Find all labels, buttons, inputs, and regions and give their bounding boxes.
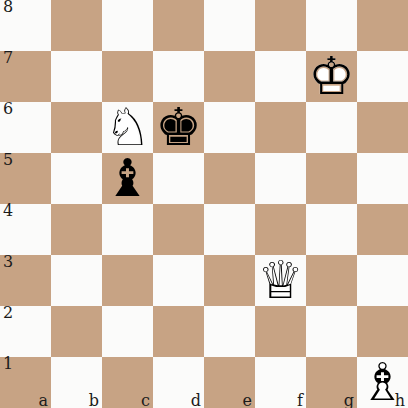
rank-label-5: 5 [3,151,13,169]
square-c5[interactable]: ♝ [102,153,153,204]
file-label-a: a [38,392,48,408]
rank-label-8: 8 [3,0,13,16]
square-b2[interactable] [51,306,102,357]
square-h3[interactable] [357,255,408,306]
piece-white-queen[interactable]: ♛♕ [255,255,306,306]
rank-label-7: 7 [3,49,13,67]
square-g2[interactable] [306,306,357,357]
square-g3[interactable] [306,255,357,306]
square-c8[interactable] [102,0,153,51]
square-a5[interactable]: 5 [0,153,51,204]
chess-board: 87♚♔6♞♘♚5♝43♛♕21abcdefgh♝♗ [0,0,408,408]
white-queen-outline-glyph: ♕ [255,255,306,306]
square-b5[interactable] [51,153,102,204]
square-e6[interactable] [204,102,255,153]
square-e1[interactable]: e [204,357,255,408]
square-h5[interactable] [357,153,408,204]
file-label-b: b [89,392,99,408]
square-c4[interactable] [102,204,153,255]
square-a2[interactable]: 2 [0,306,51,357]
square-d6[interactable]: ♚ [153,102,204,153]
square-g1[interactable]: g [306,357,357,408]
square-d5[interactable] [153,153,204,204]
square-e2[interactable] [204,306,255,357]
square-h7[interactable] [357,51,408,102]
square-c6[interactable]: ♞♘ [102,102,153,153]
white-bishop-outline-glyph: ♗ [357,357,408,408]
square-h1[interactable]: h♝♗ [357,357,408,408]
square-d4[interactable] [153,204,204,255]
square-c7[interactable] [102,51,153,102]
square-b8[interactable] [51,0,102,51]
square-f6[interactable] [255,102,306,153]
square-e7[interactable] [204,51,255,102]
rank-label-6: 6 [3,100,13,118]
square-d8[interactable] [153,0,204,51]
square-g6[interactable] [306,102,357,153]
square-g5[interactable] [306,153,357,204]
square-b4[interactable] [51,204,102,255]
file-label-g: g [344,392,354,408]
square-c2[interactable] [102,306,153,357]
square-b1[interactable]: b [51,357,102,408]
black-king-glyph: ♚ [153,102,204,153]
square-f5[interactable] [255,153,306,204]
square-b7[interactable] [51,51,102,102]
square-a7[interactable]: 7 [0,51,51,102]
square-e8[interactable] [204,0,255,51]
square-g7[interactable]: ♚♔ [306,51,357,102]
square-a3[interactable]: 3 [0,255,51,306]
piece-white-bishop[interactable]: ♝♗ [357,357,408,408]
square-f2[interactable] [255,306,306,357]
file-label-c: c [141,392,150,408]
square-f1[interactable]: f [255,357,306,408]
square-c3[interactable] [102,255,153,306]
square-f8[interactable] [255,0,306,51]
square-c1[interactable]: c [102,357,153,408]
square-h6[interactable] [357,102,408,153]
square-g8[interactable] [306,0,357,51]
piece-black-bishop[interactable]: ♝ [102,153,153,204]
square-h4[interactable] [357,204,408,255]
square-d1[interactable]: d [153,357,204,408]
rank-label-3: 3 [3,253,13,271]
square-a6[interactable]: 6 [0,102,51,153]
square-e4[interactable] [204,204,255,255]
rank-label-4: 4 [3,202,13,220]
white-king-outline-glyph: ♔ [306,51,357,102]
square-d3[interactable] [153,255,204,306]
square-b3[interactable] [51,255,102,306]
square-e3[interactable] [204,255,255,306]
square-f4[interactable] [255,204,306,255]
square-a4[interactable]: 4 [0,204,51,255]
piece-black-king[interactable]: ♚ [153,102,204,153]
file-label-e: e [243,392,252,408]
rank-label-1: 1 [3,355,13,373]
square-h8[interactable] [357,0,408,51]
square-b6[interactable] [51,102,102,153]
square-a8[interactable]: 8 [0,0,51,51]
black-bishop-glyph: ♝ [102,153,153,204]
file-label-d: d [191,392,201,408]
rank-label-2: 2 [3,304,13,322]
square-d7[interactable] [153,51,204,102]
file-label-f: f [297,392,303,408]
white-knight-outline-glyph: ♘ [102,102,153,153]
square-f7[interactable] [255,51,306,102]
piece-white-king[interactable]: ♚♔ [306,51,357,102]
square-e5[interactable] [204,153,255,204]
piece-white-knight[interactable]: ♞♘ [102,102,153,153]
square-h2[interactable] [357,306,408,357]
square-a1[interactable]: 1a [0,357,51,408]
square-d2[interactable] [153,306,204,357]
square-g4[interactable] [306,204,357,255]
square-f3[interactable]: ♛♕ [255,255,306,306]
